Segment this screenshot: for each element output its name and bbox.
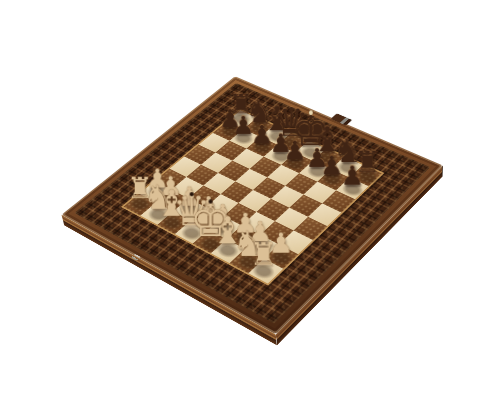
board-top-surface: ♜♞♝♛♚♝♞♜♟♟♟♟♟♟♟♟♟♟♟♟♟♟♟♟♜♞♝♛♚♝♞♜: [62, 76, 443, 334]
camera-tilt-wrapper: ♜♞♝♛♚♝♞♜♟♟♟♟♟♟♟♟♟♟♟♟♟♟♟♟♜♞♝♛♚♝♞♜: [0, 0, 500, 400]
piece-glyph: ♟: [322, 162, 382, 188]
king-finial: [308, 111, 312, 116]
product-photo-stage: ♜♞♝♛♚♝♞♜♟♟♟♟♟♟♟♟♟♟♟♟♟♟♟♟♜♞♝♛♚♝♞♜: [0, 0, 500, 400]
piece-glyph: ♜: [232, 239, 296, 270]
king-finial: [208, 200, 212, 204]
chess-board: ♜♞♝♛♚♝♞♜♟♟♟♟♟♟♟♟♟♟♟♟♟♟♟♟♜♞♝♛♚♝♞♜: [62, 76, 443, 334]
